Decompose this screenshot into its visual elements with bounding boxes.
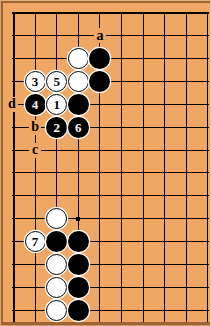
stone-black-D7[interactable] [68, 277, 89, 298]
grid-line-h-2 [12, 35, 209, 36]
stone-black-D9[interactable] [68, 231, 89, 252]
stone-black-D15[interactable] [68, 94, 89, 115]
stone-white-D17[interactable] [68, 48, 89, 69]
letter-point-a[interactable]: a [94, 28, 106, 43]
stone-white-C16[interactable]: 5 [46, 71, 67, 92]
grid-line-h-3 [12, 58, 209, 59]
stone-black-C14[interactable]: 2 [46, 117, 67, 138]
stone-black-D14[interactable]: 6 [68, 117, 89, 138]
grid-line-h-12 [12, 264, 209, 265]
stone-white-C7[interactable] [46, 277, 67, 298]
grid-line-h-1 [12, 12, 209, 14]
stone-white-D16[interactable] [68, 71, 89, 92]
letter-point-d[interactable]: d [6, 97, 18, 112]
grid-line-h-10 [12, 218, 209, 219]
stone-white-B9[interactable]: 7 [25, 231, 46, 252]
grid-line-h-13 [12, 287, 209, 288]
grid-line-h-6 [12, 127, 209, 128]
stone-black-E16[interactable] [89, 71, 110, 92]
grid-line-h-9 [12, 195, 209, 196]
stone-white-C15[interactable]: 1 [46, 94, 67, 115]
grid-line-h-7 [12, 150, 209, 151]
stone-black-B15[interactable]: 4 [25, 94, 46, 115]
stone-white-C8[interactable] [46, 254, 67, 275]
go-diagram: 3541267adbc [0, 0, 211, 326]
hoshi-D10 [76, 217, 80, 221]
grid-line-h-8 [12, 172, 209, 173]
stone-white-C6[interactable] [46, 300, 67, 321]
letter-point-c[interactable]: c [29, 143, 41, 158]
stone-black-C9[interactable] [46, 231, 67, 252]
stone-white-C10[interactable] [46, 208, 67, 229]
letter-point-b[interactable]: b [29, 120, 41, 135]
stone-black-D8[interactable] [68, 254, 89, 275]
stone-black-D6[interactable] [68, 300, 89, 321]
stone-black-E17[interactable] [89, 48, 110, 69]
stone-white-B16[interactable]: 3 [25, 71, 46, 92]
grid-line-h-14 [12, 310, 209, 311]
